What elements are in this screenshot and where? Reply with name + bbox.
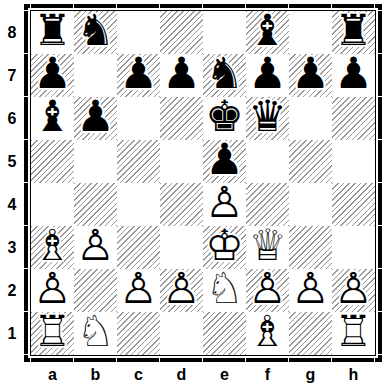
file-label-d: d [160, 362, 203, 388]
file-labels: abcdefgh [31, 362, 375, 388]
piece-glyph: ♟ [332, 54, 375, 97]
board-inner: ♜♞♝♜♟♟♟♞♟♟♟♝♟♚♛♟♟♙♝♗♟♙♚♔♛♕♟♙♟♙♟♙♞♘♟♙♟♙♟♙… [30, 10, 376, 356]
square-g1[interactable] [289, 312, 332, 355]
square-g7[interactable]: ♟ [289, 54, 332, 97]
rank-labels: 87654321 [0, 11, 24, 355]
piece-outline-glyph: ♖ [332, 312, 375, 355]
square-d2[interactable]: ♟♙ [160, 269, 203, 312]
rank-label-5: 5 [0, 140, 24, 183]
piece-outline-glyph: ♙ [74, 226, 117, 269]
rank-label-8: 8 [0, 11, 24, 54]
white-knight: ♞♘ [74, 312, 117, 355]
square-f1[interactable]: ♝♗ [246, 312, 289, 355]
square-a6[interactable]: ♝ [31, 97, 74, 140]
rank-label-7: 7 [0, 54, 24, 97]
board-gap: ♜♞♝♜♟♟♟♞♟♟♟♝♟♚♛♟♟♙♝♗♟♙♚♔♛♕♟♙♟♙♟♙♞♘♟♙♟♙♟♙… [28, 8, 378, 358]
square-g2[interactable]: ♟♙ [289, 269, 332, 312]
square-a5[interactable] [31, 140, 74, 183]
black-knight: ♞ [74, 11, 117, 54]
piece-outline-glyph: ♖ [31, 312, 74, 355]
piece-outline-glyph: ♗ [246, 312, 289, 355]
file-label-a: a [31, 362, 74, 388]
chess-board[interactable]: ♜♞♝♜♟♟♟♞♟♟♟♝♟♚♛♟♟♙♝♗♟♙♚♔♛♕♟♙♟♙♟♙♞♘♟♙♟♙♟♙… [31, 11, 375, 355]
square-c1[interactable] [117, 312, 160, 355]
square-b3[interactable]: ♟♙ [74, 226, 117, 269]
file-label-g: g [289, 362, 332, 388]
square-d6[interactable] [160, 97, 203, 140]
piece-outline-glyph: ♙ [160, 269, 203, 312]
square-f5[interactable] [246, 140, 289, 183]
file-label-f: f [246, 362, 289, 388]
white-rook: ♜♖ [31, 312, 74, 355]
square-c7[interactable]: ♟ [117, 54, 160, 97]
piece-outline-glyph: ♙ [289, 269, 332, 312]
square-h7[interactable]: ♟ [332, 54, 375, 97]
square-g4[interactable] [289, 183, 332, 226]
square-e2[interactable]: ♞♘ [203, 269, 246, 312]
piece-glyph: ♟ [74, 97, 117, 140]
square-g6[interactable] [289, 97, 332, 140]
square-c4[interactable] [117, 183, 160, 226]
piece-glyph: ♟ [289, 54, 332, 97]
square-b1[interactable]: ♞♘ [74, 312, 117, 355]
square-d1[interactable] [160, 312, 203, 355]
square-d7[interactable]: ♟ [160, 54, 203, 97]
piece-outline-glyph: ♘ [203, 269, 246, 312]
file-label-h: h [332, 362, 375, 388]
file-label-e: e [203, 362, 246, 388]
black-pawn: ♟ [117, 54, 160, 97]
square-c6[interactable] [117, 97, 160, 140]
rank-label-1: 1 [0, 312, 24, 355]
piece-glyph: ♞ [74, 11, 117, 54]
square-b8[interactable]: ♞ [74, 11, 117, 54]
square-b5[interactable] [74, 140, 117, 183]
white-pawn: ♟♙ [289, 269, 332, 312]
square-c2[interactable]: ♟♙ [117, 269, 160, 312]
square-h5[interactable] [332, 140, 375, 183]
piece-outline-glyph: ♙ [117, 269, 160, 312]
piece-outline-glyph: ♘ [74, 312, 117, 355]
black-pawn: ♟ [289, 54, 332, 97]
board-frame: ♜♞♝♜♟♟♟♞♟♟♟♝♟♚♛♟♟♙♝♗♟♙♚♔♛♕♟♙♟♙♟♙♞♘♟♙♟♙♟♙… [24, 4, 382, 362]
black-pawn: ♟ [332, 54, 375, 97]
rank-label-3: 3 [0, 226, 24, 269]
file-label-b: b [74, 362, 117, 388]
square-h6[interactable] [332, 97, 375, 140]
white-knight: ♞♘ [203, 269, 246, 312]
square-d5[interactable] [160, 140, 203, 183]
white-pawn: ♟♙ [117, 269, 160, 312]
square-d4[interactable] [160, 183, 203, 226]
rank-label-2: 2 [0, 269, 24, 312]
file-label-c: c [117, 362, 160, 388]
rank-label-4: 4 [0, 183, 24, 226]
chess-diagram: 87654321 ♜♞♝♜♟♟♟♞♟♟♟♝♟♚♛♟♟♙♝♗♟♙♚♔♛♕♟♙♟♙♟… [0, 0, 386, 389]
white-pawn: ♟♙ [74, 226, 117, 269]
piece-glyph: ♟ [160, 54, 203, 97]
piece-glyph: ♝ [31, 97, 74, 140]
black-bishop: ♝ [31, 97, 74, 140]
white-bishop: ♝♗ [246, 312, 289, 355]
black-pawn: ♟ [160, 54, 203, 97]
black-queen: ♛ [246, 97, 289, 140]
square-c5[interactable] [117, 140, 160, 183]
black-pawn: ♟ [74, 97, 117, 140]
piece-glyph: ♛ [246, 97, 289, 140]
rank-label-6: 6 [0, 97, 24, 140]
white-pawn: ♟♙ [160, 269, 203, 312]
square-e1[interactable] [203, 312, 246, 355]
square-h4[interactable] [332, 183, 375, 226]
white-rook: ♜♖ [332, 312, 375, 355]
square-g5[interactable] [289, 140, 332, 183]
square-h1[interactable]: ♜♖ [332, 312, 375, 355]
square-a1[interactable]: ♜♖ [31, 312, 74, 355]
square-b6[interactable]: ♟ [74, 97, 117, 140]
piece-glyph: ♟ [117, 54, 160, 97]
square-f6[interactable]: ♛ [246, 97, 289, 140]
